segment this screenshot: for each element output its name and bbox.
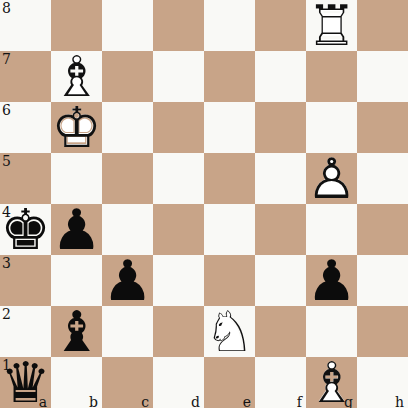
square-h1[interactable]: h [357, 357, 408, 408]
black-pawn-icon: ♟ [51, 204, 102, 255]
piece-black-pawn[interactable]: ♟ [51, 204, 102, 255]
square-h5[interactable] [357, 153, 408, 204]
piece-black-king[interactable]: ♚ [0, 204, 51, 255]
square-c3[interactable]: ♟ [102, 255, 153, 306]
square-c8[interactable] [102, 0, 153, 51]
file-label-b: b [89, 394, 98, 408]
square-d6[interactable] [153, 102, 204, 153]
square-e5[interactable] [204, 153, 255, 204]
piece-black-queen[interactable]: ♛ [0, 357, 51, 408]
square-c2[interactable] [102, 306, 153, 357]
rank-label-7: 7 [2, 51, 11, 67]
square-d3[interactable] [153, 255, 204, 306]
square-c6[interactable] [102, 102, 153, 153]
square-h6[interactable] [357, 102, 408, 153]
square-g3[interactable]: ♟ [306, 255, 357, 306]
square-h8[interactable] [357, 0, 408, 51]
rank-label-2: 2 [2, 306, 11, 322]
piece-black-pawn[interactable]: ♟ [102, 255, 153, 306]
square-d4[interactable] [153, 204, 204, 255]
piece-white-knight[interactable]: ♞♘ [204, 306, 255, 357]
square-d2[interactable] [153, 306, 204, 357]
square-b1[interactable]: b [51, 357, 102, 408]
file-label-f: f [297, 394, 302, 408]
square-a6[interactable]: 6 [0, 102, 51, 153]
square-h7[interactable] [357, 51, 408, 102]
square-f1[interactable]: f [255, 357, 306, 408]
square-f3[interactable] [255, 255, 306, 306]
square-b2[interactable]: ♝ [51, 306, 102, 357]
piece-white-king[interactable]: ♚♔ [51, 102, 102, 153]
square-g8[interactable]: ♜♖ [306, 0, 357, 51]
white-rook-icon: ♖ [306, 0, 357, 51]
square-h3[interactable] [357, 255, 408, 306]
square-f4[interactable] [255, 204, 306, 255]
square-a8[interactable]: 8 [0, 0, 51, 51]
piece-white-rook[interactable]: ♜♖ [306, 0, 357, 51]
square-e2[interactable]: ♞♘ [204, 306, 255, 357]
black-queen-icon: ♛ [0, 357, 51, 408]
square-g7[interactable] [306, 51, 357, 102]
chess-board: 8♜♖7♝♗6♚♔5♟♙4♚♟3♟♟2♝♞♘1a♛bcdefg♝♗h [0, 0, 408, 408]
square-f8[interactable] [255, 0, 306, 51]
black-pawn-icon: ♟ [306, 255, 357, 306]
square-f7[interactable] [255, 51, 306, 102]
square-d5[interactable] [153, 153, 204, 204]
square-e8[interactable] [204, 0, 255, 51]
square-f2[interactable] [255, 306, 306, 357]
square-f6[interactable] [255, 102, 306, 153]
piece-white-pawn[interactable]: ♟♙ [306, 153, 357, 204]
white-bishop-icon: ♗ [306, 357, 357, 408]
file-label-h: h [395, 394, 404, 408]
white-king-icon: ♔ [51, 102, 102, 153]
black-bishop-icon: ♝ [51, 306, 102, 357]
file-label-e: e [243, 394, 251, 408]
square-b4[interactable]: ♟ [51, 204, 102, 255]
file-label-d: d [191, 394, 200, 408]
piece-black-pawn[interactable]: ♟ [306, 255, 357, 306]
square-e6[interactable] [204, 102, 255, 153]
square-d7[interactable] [153, 51, 204, 102]
square-a4[interactable]: 4♚ [0, 204, 51, 255]
black-pawn-icon: ♟ [102, 255, 153, 306]
square-a1[interactable]: 1a♛ [0, 357, 51, 408]
square-c7[interactable] [102, 51, 153, 102]
white-knight-icon: ♘ [204, 306, 255, 357]
black-king-icon: ♚ [0, 204, 51, 255]
piece-black-bishop[interactable]: ♝ [51, 306, 102, 357]
square-d8[interactable] [153, 0, 204, 51]
file-label-c: c [141, 394, 149, 408]
square-a7[interactable]: 7 [0, 51, 51, 102]
square-e1[interactable]: e [204, 357, 255, 408]
square-d1[interactable]: d [153, 357, 204, 408]
square-f5[interactable] [255, 153, 306, 204]
square-c1[interactable]: c [102, 357, 153, 408]
piece-white-bishop[interactable]: ♝♗ [306, 357, 357, 408]
white-pawn-icon: ♙ [306, 153, 357, 204]
square-c5[interactable] [102, 153, 153, 204]
rank-label-8: 8 [2, 0, 11, 16]
square-g1[interactable]: g♝♗ [306, 357, 357, 408]
square-e7[interactable] [204, 51, 255, 102]
square-b6[interactable]: ♚♔ [51, 102, 102, 153]
square-h2[interactable] [357, 306, 408, 357]
square-a3[interactable]: 3 [0, 255, 51, 306]
square-g5[interactable]: ♟♙ [306, 153, 357, 204]
chess-board-wrapper: 8♜♖7♝♗6♚♔5♟♙4♚♟3♟♟2♝♞♘1a♛bcdefg♝♗h [0, 0, 408, 408]
rank-label-5: 5 [2, 153, 11, 169]
rank-label-6: 6 [2, 102, 11, 118]
square-h4[interactable] [357, 204, 408, 255]
square-e4[interactable] [204, 204, 255, 255]
